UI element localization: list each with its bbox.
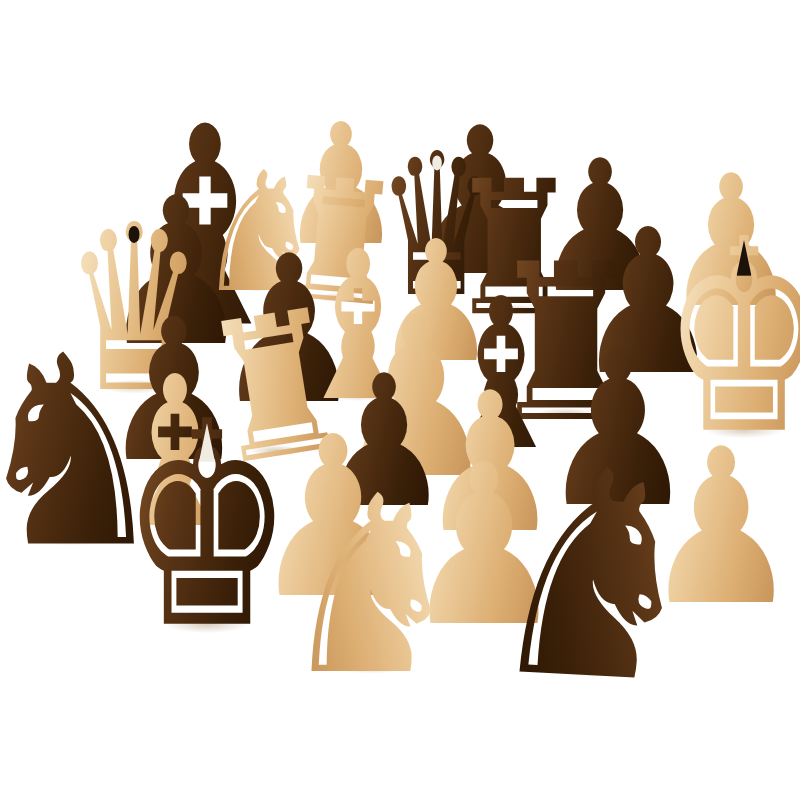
rook-glyph: ♜ xyxy=(192,281,360,495)
queen-glyph: ♛ xyxy=(377,128,497,325)
piece-shadow xyxy=(152,613,262,636)
white-knight-2: ♞ xyxy=(277,464,465,710)
piece-shadow xyxy=(146,435,202,447)
white-bishop-2: ♝ xyxy=(108,349,243,557)
black-queen-finial-ball xyxy=(432,156,442,170)
chess-set-photo: ♟♝♟♛♞♜♛♟♜♟♟♟♚♜♝♟♜♝♟♟♟♞♝♟♟♟♚♟♟♟♞♞ xyxy=(0,0,800,800)
black-king: ♚ xyxy=(121,386,294,669)
white-king: ♚ xyxy=(662,205,800,472)
piece-shadow xyxy=(542,658,646,680)
black-rook-1: ♜ xyxy=(447,157,581,343)
piece-shadow xyxy=(400,285,475,301)
piece-shadow xyxy=(384,448,447,461)
pawn-glyph: ♟ xyxy=(405,101,555,305)
white-pawn-4: ♟ xyxy=(419,367,561,560)
piece-shadow xyxy=(22,528,118,548)
white-rook-1: ♜ xyxy=(272,154,408,332)
rook-glyph: ♜ xyxy=(447,157,580,343)
piece-shadow xyxy=(619,348,676,360)
white-king-finial-spike xyxy=(737,240,752,276)
white-queen: ♛ xyxy=(64,194,205,424)
knight-glyph: ♞ xyxy=(478,429,710,726)
black-pawn-4: ♟ xyxy=(540,325,697,538)
black-pawn-5: ♟ xyxy=(102,293,247,489)
pawn-glyph: ♟ xyxy=(251,408,414,630)
black-pawn-1: ♟ xyxy=(405,101,555,305)
black-bishop-1: ♝ xyxy=(116,92,294,367)
piece-shadow xyxy=(317,223,365,233)
black-knight-1: ♞ xyxy=(0,322,171,585)
piece-shadow xyxy=(705,284,757,295)
piece-shadow xyxy=(451,248,509,260)
pawn-glyph: ♟ xyxy=(540,325,696,538)
queen-glyph: ♛ xyxy=(64,194,204,424)
black-queen: ♛ xyxy=(377,128,498,325)
piece-shadow xyxy=(462,506,517,518)
white-pawn-5: ♟ xyxy=(402,436,566,658)
pawn-glyph: ♟ xyxy=(664,152,798,334)
piece-shadow xyxy=(480,303,548,317)
pawn-glyph: ♟ xyxy=(214,229,364,433)
white-pawn-3: ♟ xyxy=(334,288,498,510)
black-knight-2: ♞ xyxy=(477,429,710,726)
black-king-finial-spike xyxy=(199,423,215,461)
piece-shadow xyxy=(136,514,214,531)
white-bishop-1: ♝ xyxy=(291,224,424,430)
piece-shadow xyxy=(241,443,312,458)
white-pawn-2: ♟ xyxy=(374,219,497,386)
piece-shadow xyxy=(154,309,257,331)
bishop-glyph: ♝ xyxy=(116,92,294,367)
pawn-glyph: ♟ xyxy=(642,421,800,636)
white-rook-2: ♜ xyxy=(192,281,361,495)
white-pawn-8: ♟ xyxy=(642,421,800,636)
piece-shadow xyxy=(301,568,364,581)
pawn-glyph: ♟ xyxy=(317,352,451,534)
black-bishop-2: ♝ xyxy=(434,271,569,479)
piece-shadow xyxy=(90,377,177,395)
king-glyph: ♚ xyxy=(121,386,293,669)
piece-shadow xyxy=(412,340,460,350)
pawn-glyph: ♟ xyxy=(533,137,667,319)
pawn-glyph: ♟ xyxy=(574,203,721,403)
bishop-glyph: ♝ xyxy=(108,349,242,557)
white-knight-1: ♞ xyxy=(196,150,323,316)
piece-shadow xyxy=(147,318,205,330)
piece-shadow xyxy=(309,291,370,304)
pawn-glyph: ♟ xyxy=(102,293,246,489)
black-pawn-3: ♟ xyxy=(574,203,722,403)
knight-glyph: ♞ xyxy=(0,322,170,585)
knight-glyph: ♞ xyxy=(196,150,322,316)
piece-shadow xyxy=(690,576,751,589)
black-pawn-7: ♟ xyxy=(317,352,451,534)
black-rook-2: ♜ xyxy=(488,235,644,452)
pawn-glyph: ♟ xyxy=(101,171,251,375)
knight-glyph: ♞ xyxy=(277,464,464,710)
black-pawn-2: ♟ xyxy=(533,137,667,319)
pawn-glyph: ♟ xyxy=(419,367,561,560)
piece-shadow xyxy=(574,269,626,280)
piece-shadow xyxy=(320,387,397,403)
white-pawn-7: ♟ xyxy=(664,152,798,334)
pawn-glyph: ♟ xyxy=(334,288,497,510)
black-pawn-6: ♟ xyxy=(214,229,364,433)
piece-shadow xyxy=(588,478,649,491)
piece-shadow xyxy=(462,436,540,453)
pawn-glyph: ♟ xyxy=(402,436,565,658)
rook-glyph: ♜ xyxy=(488,235,644,452)
black-pawn-8: ♟ xyxy=(101,171,251,375)
bishop-glyph: ♝ xyxy=(292,224,425,430)
white-pawn-6: ♟ xyxy=(251,408,415,630)
piece-shadow xyxy=(229,280,289,293)
rook-glyph: ♜ xyxy=(272,154,407,332)
pawn-glyph: ♟ xyxy=(375,219,498,386)
piece-shadow xyxy=(526,406,605,423)
piece-shadow xyxy=(260,376,318,388)
white-pawn-1: ♟ xyxy=(279,102,402,269)
white-queen-finial-ball xyxy=(128,226,139,243)
piece-shadow xyxy=(326,657,415,676)
piece-shadow xyxy=(452,596,515,609)
bishop-glyph: ♝ xyxy=(434,271,568,479)
pawn-glyph: ♟ xyxy=(280,102,403,269)
piece-shadow xyxy=(692,419,796,441)
king-glyph: ♚ xyxy=(663,205,800,472)
piece-shadow xyxy=(358,484,410,495)
